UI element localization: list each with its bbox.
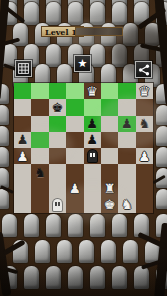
square-c1[interactable] (49, 197, 66, 213)
square-h2[interactable] (136, 181, 153, 197)
square-h8[interactable]: ♛ (136, 83, 153, 99)
tombstone (35, 240, 50, 263)
square-b1[interactable] (31, 197, 48, 213)
black-pawn-piece: ♟ (86, 117, 98, 130)
square-d7[interactable] (66, 99, 83, 115)
square-g3[interactable] (118, 164, 135, 180)
tombstone (24, 2, 39, 25)
tombstone (123, 240, 138, 263)
tombstone (68, 266, 83, 289)
square-c5[interactable] (49, 132, 66, 148)
tombstone (112, 2, 127, 25)
tombstone (0, 105, 9, 125)
square-e5[interactable]: ♟ (84, 132, 101, 148)
square-e8[interactable]: ♛ (84, 83, 101, 99)
square-f7[interactable] (101, 99, 118, 115)
square-a2[interactable] (14, 181, 31, 197)
square-g5[interactable] (118, 132, 135, 148)
tombstone (134, 266, 149, 289)
square-c3[interactable] (49, 164, 66, 180)
white-rook-piece: ♜ (104, 182, 116, 195)
tombstone (101, 240, 116, 263)
level-progress-bar (75, 27, 123, 36)
grid-icon (18, 63, 29, 74)
square-h6[interactable]: ♞ (136, 116, 153, 132)
square-e6[interactable]: ♟ (84, 116, 101, 132)
square-e4[interactable] (84, 148, 101, 164)
square-a4[interactable]: ♟ (14, 148, 31, 164)
square-d8[interactable] (66, 83, 83, 99)
square-b2[interactable] (31, 181, 48, 197)
star-icon: ★ (78, 58, 88, 69)
square-g2[interactable] (118, 181, 135, 197)
square-e7[interactable] (84, 99, 101, 115)
square-d6[interactable] (66, 116, 83, 132)
tombstone (90, 44, 105, 67)
tombstone (68, 2, 83, 25)
square-h1[interactable] (136, 197, 153, 213)
square-f1[interactable]: ♚ (101, 197, 118, 213)
square-h3[interactable] (136, 164, 153, 180)
square-a6[interactable] (14, 116, 31, 132)
square-d4[interactable] (66, 148, 83, 164)
square-b5[interactable] (31, 132, 48, 148)
square-g1[interactable]: ♞ (118, 197, 135, 213)
black-king-piece: ♚ (52, 101, 64, 114)
game-screen: ♛♛♚♟♟♞♟♟♟♟♞♟♜♚♞ Level 1: ★ (0, 0, 167, 296)
tombstone (0, 126, 9, 146)
white-pawn-piece: ♟ (17, 150, 29, 163)
square-b3[interactable]: ♞ (31, 164, 48, 180)
tombstone (24, 214, 39, 237)
menu-button[interactable] (15, 60, 32, 77)
black-knight-piece: ♞ (138, 117, 150, 130)
black-pawn-piece: ♟ (121, 117, 133, 130)
tombstone (2, 214, 17, 237)
tombstone (156, 147, 167, 167)
white-ghost-piece (53, 199, 62, 211)
square-f4[interactable] (101, 148, 118, 164)
star-button[interactable]: ★ (74, 55, 91, 72)
tombstone (90, 266, 105, 289)
square-a1[interactable] (14, 197, 31, 213)
tombstone (156, 105, 167, 125)
tombstone (112, 266, 127, 289)
square-f2[interactable]: ♜ (101, 181, 118, 197)
square-d2[interactable]: ♟ (66, 181, 83, 197)
tombstone (24, 266, 39, 289)
black-ghost-piece (88, 150, 97, 162)
square-b8[interactable] (31, 83, 48, 99)
square-e2[interactable] (84, 181, 101, 197)
square-h7[interactable] (136, 99, 153, 115)
tombstone (0, 147, 9, 167)
square-c7[interactable]: ♚ (49, 99, 66, 115)
share-icon (138, 64, 150, 76)
tombstone (46, 2, 61, 25)
square-b4[interactable] (31, 148, 48, 164)
square-d3[interactable] (66, 164, 83, 180)
tombstone (90, 2, 105, 25)
tombstone (57, 240, 72, 263)
square-a5[interactable]: ♟ (14, 132, 31, 148)
square-f8[interactable] (101, 83, 118, 99)
share-button[interactable] (135, 61, 152, 78)
white-pawn-piece: ♟ (138, 150, 150, 163)
white-king-piece: ♚ (104, 198, 116, 211)
square-c2[interactable] (49, 181, 66, 197)
tree-branch (0, 232, 11, 296)
square-c4[interactable] (49, 148, 66, 164)
square-c6[interactable] (49, 116, 66, 132)
square-a3[interactable] (14, 164, 31, 180)
chess-board: ♛♛♚♟♟♞♟♟♟♟♞♟♜♚♞ (14, 83, 153, 213)
square-f5[interactable] (101, 132, 118, 148)
square-g4[interactable] (118, 148, 135, 164)
square-d1[interactable] (66, 197, 83, 213)
tombstone (156, 189, 167, 209)
black-pawn-piece: ♟ (86, 133, 98, 146)
square-b6[interactable] (31, 116, 48, 132)
tombstone (112, 214, 127, 237)
black-pawn-piece: ♟ (17, 133, 29, 146)
square-c8[interactable] (49, 83, 66, 99)
square-b7[interactable] (31, 99, 48, 115)
black-knight-piece: ♞ (34, 166, 46, 179)
square-e3[interactable] (84, 164, 101, 180)
white-knight-piece: ♞ (121, 198, 133, 211)
square-e1[interactable] (84, 197, 101, 213)
white-pawn-piece: ♟ (69, 182, 81, 195)
tombstone (46, 214, 61, 237)
tombstone (156, 126, 167, 146)
tombstone (0, 189, 9, 209)
square-g7[interactable] (118, 99, 135, 115)
tombstone (46, 44, 61, 67)
square-h4[interactable]: ♟ (136, 148, 153, 164)
tombstone (90, 214, 105, 237)
square-f3[interactable] (101, 164, 118, 180)
white-queen-piece: ♛ (86, 85, 98, 98)
square-a8[interactable] (14, 83, 31, 99)
square-h5[interactable] (136, 132, 153, 148)
square-g8[interactable] (118, 83, 135, 99)
tombstone (79, 240, 94, 263)
square-g6[interactable]: ♟ (118, 116, 135, 132)
tombstone (46, 266, 61, 289)
white-queen-piece: ♛ (138, 85, 150, 98)
square-a7[interactable] (14, 99, 31, 115)
square-d5[interactable] (66, 132, 83, 148)
tombstone (68, 214, 83, 237)
square-f6[interactable] (101, 116, 118, 132)
